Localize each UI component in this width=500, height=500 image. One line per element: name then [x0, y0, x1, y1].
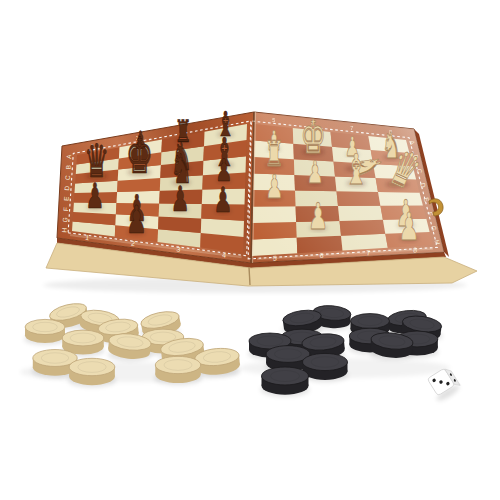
checker-light-disc — [25, 319, 65, 342]
piece-light-pawn: ♟ — [307, 154, 324, 190]
disc-top — [303, 353, 348, 370]
square-G5 — [252, 222, 296, 240]
square-F7 — [338, 206, 383, 221]
piece-dark-pawn: ♟ — [85, 175, 104, 216]
square-H6 — [297, 236, 343, 254]
checker-light-disc — [155, 356, 200, 383]
checker-light-disc — [62, 330, 104, 354]
square-F5 — [253, 206, 296, 223]
piece-dark-pawn: ♟ — [171, 178, 190, 219]
coord-left-B: B — [64, 165, 71, 170]
coord-front-6: 6 — [319, 252, 323, 259]
coord-left-H: H — [61, 227, 68, 232]
coord-left-G: G — [61, 217, 68, 223]
coord-left-C: C — [64, 175, 71, 180]
coord-front-5: 5 — [273, 254, 277, 261]
coord-left-D: D — [63, 185, 70, 190]
piece-light-pawn: ♟ — [308, 195, 328, 237]
square-H5 — [252, 238, 297, 256]
piece-glyph: ♟ — [213, 180, 232, 221]
piece-dark-pawn: ♟ — [126, 197, 147, 243]
piece-light-pawn: ♟ — [265, 168, 283, 205]
disc-top — [62, 330, 104, 346]
checker-dark-disc — [262, 367, 309, 395]
square-G7 — [340, 220, 386, 236]
disc-top — [262, 367, 309, 385]
checker-dark-disc — [303, 353, 348, 379]
square-H7 — [341, 234, 388, 251]
checker-light-disc — [69, 358, 115, 385]
piece-glyph: ♟ — [126, 197, 147, 243]
base-hinge-seam — [249, 267, 250, 285]
coord-back-5: 5 — [272, 117, 275, 123]
product-photo-scene: 1234567812345678HGFEDCBAHGFEDCBA♟♜♝♟♚♟♞♛… — [0, 0, 500, 500]
piece-dark-pawn: ♟ — [213, 180, 232, 221]
disc-top — [350, 314, 389, 329]
piece-light-pawn: ♟ — [398, 204, 419, 250]
piece-glyph: ♚ — [125, 126, 153, 185]
piece-glyph: ♟ — [307, 154, 324, 190]
piece-glyph: ♟ — [85, 175, 104, 216]
piece-glyph: ♟ — [265, 168, 283, 205]
coord-front-7: 7 — [366, 249, 370, 256]
piece-glyph: ♟ — [308, 195, 328, 237]
piece-glyph: ♟ — [398, 204, 419, 250]
board-photo-svg: 1234567812345678HGFEDCBAHGFEDCBA♟♜♝♟♚♟♞♛… — [0, 0, 500, 500]
disc-top — [69, 358, 115, 375]
coord-left-F: F — [62, 207, 69, 211]
piece-dark-king: ♚ — [125, 126, 153, 185]
piece-glyph: ♝ — [345, 145, 368, 194]
piece-glyph: ♟ — [171, 178, 190, 219]
disc-top — [25, 319, 65, 334]
piece-light-bishop: ♝ — [345, 145, 368, 194]
disc-top — [155, 356, 200, 373]
